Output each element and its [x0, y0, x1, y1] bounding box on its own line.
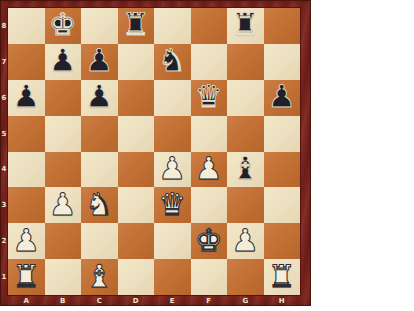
rank-label-2: 2 [0, 223, 8, 259]
square-g3[interactable] [227, 187, 264, 223]
piece-black-pawn[interactable]: ♟ [49, 45, 77, 76]
rank-label-6: 6 [0, 80, 8, 116]
square-c5[interactable] [81, 116, 118, 152]
square-d5[interactable] [118, 116, 155, 152]
square-c2[interactable] [81, 223, 118, 259]
square-a7[interactable] [8, 44, 45, 80]
board-grid: ♚♜♜♟♟♞♟♟♛♟♟♟♝♟♞♛♟♚♟♜♝♜ [8, 8, 300, 295]
square-c8[interactable] [81, 8, 118, 44]
square-b2[interactable] [45, 223, 82, 259]
square-d8[interactable]: ♜ [118, 8, 155, 44]
square-h8[interactable] [264, 8, 301, 44]
rank-label-8: 8 [0, 8, 8, 44]
square-e3[interactable]: ♛ [154, 187, 191, 223]
piece-black-king[interactable]: ♚ [49, 9, 77, 40]
square-h2[interactable] [264, 223, 301, 259]
piece-white-pawn[interactable]: ♟ [12, 225, 40, 256]
file-label-h: H [264, 295, 301, 306]
square-e8[interactable] [154, 8, 191, 44]
square-d6[interactable] [118, 80, 155, 116]
square-e2[interactable] [154, 223, 191, 259]
piece-white-knight[interactable]: ♞ [85, 189, 113, 220]
square-f5[interactable] [191, 116, 228, 152]
square-g1[interactable] [227, 259, 264, 295]
square-b8[interactable]: ♚ [45, 8, 82, 44]
rank-label-5: 5 [0, 116, 8, 152]
piece-black-rook[interactable]: ♜ [122, 9, 150, 40]
piece-black-queen[interactable]: ♛ [195, 81, 223, 112]
square-c6[interactable]: ♟ [81, 80, 118, 116]
square-e7[interactable]: ♞ [154, 44, 191, 80]
square-c7[interactable]: ♟ [81, 44, 118, 80]
piece-black-pawn[interactable]: ♟ [268, 81, 296, 112]
square-d2[interactable] [118, 223, 155, 259]
page-background: 87654321 ♚♜♜♟♟♞♟♟♛♟♟♟♝♟♞♛♟♚♟♜♝♜ ABCDEFGH [0, 0, 414, 311]
piece-white-pawn[interactable]: ♟ [231, 225, 259, 256]
square-b5[interactable] [45, 116, 82, 152]
square-g4[interactable]: ♝ [227, 152, 264, 188]
piece-white-pawn[interactable]: ♟ [158, 153, 186, 184]
piece-black-pawn[interactable]: ♟ [12, 81, 40, 112]
square-b3[interactable]: ♟ [45, 187, 82, 223]
square-e5[interactable] [154, 116, 191, 152]
square-d4[interactable] [118, 152, 155, 188]
square-a6[interactable]: ♟ [8, 80, 45, 116]
square-d3[interactable] [118, 187, 155, 223]
square-e6[interactable] [154, 80, 191, 116]
square-g6[interactable] [227, 80, 264, 116]
square-b6[interactable] [45, 80, 82, 116]
square-c3[interactable]: ♞ [81, 187, 118, 223]
file-label-f: F [191, 295, 228, 306]
square-a3[interactable] [8, 187, 45, 223]
rank-label-3: 3 [0, 187, 8, 223]
square-h6[interactable]: ♟ [264, 80, 301, 116]
square-e4[interactable]: ♟ [154, 152, 191, 188]
rank-label-1: 1 [0, 259, 8, 295]
square-d1[interactable] [118, 259, 155, 295]
square-e1[interactable] [154, 259, 191, 295]
square-f2[interactable]: ♚ [191, 223, 228, 259]
square-a4[interactable] [8, 152, 45, 188]
square-g5[interactable] [227, 116, 264, 152]
square-f7[interactable] [191, 44, 228, 80]
piece-black-pawn[interactable]: ♟ [85, 81, 113, 112]
square-f8[interactable] [191, 8, 228, 44]
rank-label-7: 7 [0, 44, 8, 80]
square-a2[interactable]: ♟ [8, 223, 45, 259]
square-a1[interactable]: ♜ [8, 259, 45, 295]
file-label-c: C [81, 295, 118, 306]
square-h3[interactable] [264, 187, 301, 223]
square-b1[interactable] [45, 259, 82, 295]
rank-labels: 87654321 [0, 8, 8, 295]
piece-black-knight[interactable]: ♞ [158, 45, 186, 76]
piece-white-rook[interactable]: ♜ [268, 261, 296, 292]
square-g2[interactable]: ♟ [227, 223, 264, 259]
square-h5[interactable] [264, 116, 301, 152]
square-a5[interactable] [8, 116, 45, 152]
chess-board-frame: 87654321 ♚♜♜♟♟♞♟♟♛♟♟♟♝♟♞♛♟♚♟♜♝♜ ABCDEFGH [0, 0, 311, 306]
square-f4[interactable]: ♟ [191, 152, 228, 188]
piece-white-pawn[interactable]: ♟ [195, 153, 223, 184]
piece-white-king[interactable]: ♚ [195, 225, 223, 256]
piece-black-rook[interactable]: ♜ [231, 9, 259, 40]
piece-white-rook[interactable]: ♜ [12, 261, 40, 292]
file-label-b: B [45, 295, 82, 306]
square-f3[interactable] [191, 187, 228, 223]
file-label-g: G [227, 295, 264, 306]
square-a8[interactable] [8, 8, 45, 44]
square-h1[interactable]: ♜ [264, 259, 301, 295]
square-d7[interactable] [118, 44, 155, 80]
piece-white-bishop[interactable]: ♝ [85, 261, 113, 292]
piece-black-bishop[interactable]: ♝ [231, 153, 259, 184]
square-f6[interactable]: ♛ [191, 80, 228, 116]
file-labels: ABCDEFGH [8, 295, 300, 306]
square-b4[interactable] [45, 152, 82, 188]
piece-white-pawn[interactable]: ♟ [49, 189, 77, 220]
square-c4[interactable] [81, 152, 118, 188]
square-g7[interactable] [227, 44, 264, 80]
file-label-e: E [154, 295, 191, 306]
piece-white-queen[interactable]: ♛ [158, 189, 186, 220]
square-g8[interactable]: ♜ [227, 8, 264, 44]
file-label-d: D [118, 295, 155, 306]
square-f1[interactable] [191, 259, 228, 295]
square-c1[interactable]: ♝ [81, 259, 118, 295]
file-label-a: A [8, 295, 45, 306]
square-h7[interactable] [264, 44, 301, 80]
piece-black-pawn[interactable]: ♟ [85, 45, 113, 76]
square-h4[interactable] [264, 152, 301, 188]
square-b7[interactable]: ♟ [45, 44, 82, 80]
rank-label-4: 4 [0, 152, 8, 188]
